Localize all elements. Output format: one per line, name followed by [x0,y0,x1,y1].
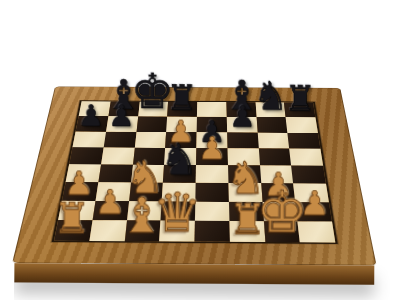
square-d1[interactable]: ♛ [159,221,195,242]
piece-black-pawn-a7[interactable]: ♟ [78,101,105,131]
piece-black-pawn-b7[interactable]: ♟ [108,101,135,131]
square-g7[interactable] [256,117,287,133]
piece-white-pawn-e5[interactable]: ♟ [198,133,226,164]
square-b7[interactable]: ♟ [106,116,138,132]
piece-black-rook-d8[interactable]: ♜ [166,80,198,116]
piece-white-rook-a1[interactable]: ♜ [53,197,91,239]
square-g6[interactable] [257,132,289,148]
piece-black-rook-h8[interactable]: ♜ [285,81,317,117]
square-a5[interactable] [69,147,103,164]
square-h8[interactable]: ♜ [284,102,315,117]
piece-black-knight-d4[interactable]: ♞ [160,138,199,181]
square-c8[interactable]: ♚ [138,102,169,117]
square-h7[interactable] [286,117,318,133]
square-h6[interactable] [288,133,321,149]
board-side-edge [14,263,374,285]
chess-photo-scene: ♝♚♜♝♞♜♟♟♟♟♟♟♞♟♞♞♟♟♟♜♝♛♜♚ [0,0,400,300]
square-g1[interactable]: ♚ [263,221,300,242]
square-e5[interactable]: ♟ [196,148,228,165]
square-e4[interactable] [196,165,229,183]
square-g8[interactable]: ♞ [255,102,286,117]
board-grid: ♝♚♜♝♞♜♟♟♟♟♟♟♞♟♞♞♟♟♟♜♝♛♜♚ [54,101,335,242]
square-a1[interactable]: ♜ [54,220,92,241]
chess-board: ♝♚♜♝♞♜♟♟♟♟♟♟♞♟♞♞♟♟♟♜♝♛♜♚ [12,87,376,266]
square-f7[interactable]: ♟ [227,117,258,133]
square-b6[interactable] [103,132,136,148]
piece-black-knight-g8[interactable]: ♞ [253,77,288,116]
square-f6[interactable] [227,132,258,148]
square-h5[interactable] [289,149,323,166]
square-c7[interactable] [136,116,167,132]
piece-white-king-g1[interactable]: ♚ [257,183,309,241]
piece-white-queen-d1[interactable]: ♛ [153,186,202,240]
piece-black-pawn-f7[interactable]: ♟ [229,102,256,132]
square-d4[interactable]: ♞ [163,165,196,183]
square-a7[interactable]: ♟ [76,116,109,132]
square-a6[interactable] [72,131,105,147]
board-frame: ♝♚♜♝♞♜♟♟♟♟♟♟♞♟♞♞♟♟♟♜♝♛♜♚ [12,87,376,266]
